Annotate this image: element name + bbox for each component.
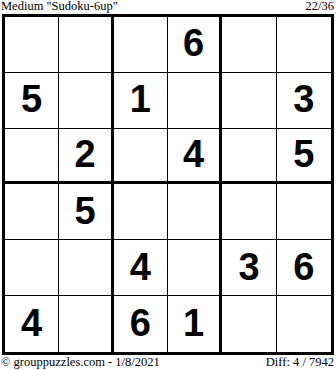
cell-r1c6[interactable] xyxy=(277,17,331,73)
cell-r6c6[interactable] xyxy=(277,296,331,352)
cell-r6c1[interactable]: 4 xyxy=(5,296,59,352)
cell-r4c6[interactable] xyxy=(277,184,331,240)
cell-r4c4[interactable] xyxy=(168,184,222,240)
cell-r1c2[interactable] xyxy=(59,17,113,73)
given-digit: 5 xyxy=(74,192,95,230)
given-digit: 3 xyxy=(238,248,259,286)
cell-r1c4[interactable]: 6 xyxy=(168,17,222,73)
cell-r4c3[interactable] xyxy=(114,184,168,240)
remaining-counter: 22/36 xyxy=(306,0,334,13)
sudoku-board: 65132455436461 xyxy=(2,14,334,355)
difficulty-text: Diff: 4 / 7942 xyxy=(266,356,334,369)
cell-r6c2[interactable] xyxy=(59,296,113,352)
given-digit: 5 xyxy=(293,135,314,173)
cell-r5c6[interactable]: 6 xyxy=(277,240,331,296)
cell-r2c3[interactable]: 1 xyxy=(114,73,168,129)
given-digit: 2 xyxy=(74,135,95,173)
cell-r1c5[interactable] xyxy=(222,17,276,73)
cell-r3c4[interactable]: 4 xyxy=(168,129,222,185)
cell-r2c6[interactable]: 3 xyxy=(277,73,331,129)
given-digit: 6 xyxy=(130,304,151,342)
given-digit: 1 xyxy=(130,80,151,118)
cell-r1c1[interactable] xyxy=(5,17,59,73)
given-digit: 3 xyxy=(293,80,314,118)
cell-r1c3[interactable] xyxy=(114,17,168,73)
cell-r2c2[interactable] xyxy=(59,73,113,129)
given-digit: 1 xyxy=(183,304,204,342)
cell-r4c1[interactable] xyxy=(5,184,59,240)
given-digit: 4 xyxy=(130,248,151,286)
cell-r6c5[interactable] xyxy=(222,296,276,352)
cell-r5c1[interactable] xyxy=(5,240,59,296)
puzzle-title: Medium "Sudoku-6up" xyxy=(1,0,118,13)
cell-r4c2[interactable]: 5 xyxy=(59,184,113,240)
copyright-text: © grouppuzzles.com - 1/8/2021 xyxy=(1,356,160,369)
sudoku-page: Medium "Sudoku-6up" 22/36 65132455436461… xyxy=(0,0,336,370)
cell-r5c4[interactable] xyxy=(168,240,222,296)
cell-r2c5[interactable] xyxy=(222,73,276,129)
given-digit: 6 xyxy=(183,24,204,62)
cell-r2c4[interactable] xyxy=(168,73,222,129)
given-digit: 5 xyxy=(21,80,42,118)
cell-r6c3[interactable]: 6 xyxy=(114,296,168,352)
cell-r3c2[interactable]: 2 xyxy=(59,129,113,185)
cell-r4c5[interactable] xyxy=(222,184,276,240)
cell-r5c3[interactable]: 4 xyxy=(114,240,168,296)
cell-r3c3[interactable] xyxy=(114,129,168,185)
given-digit: 6 xyxy=(293,248,314,286)
cell-r2c1[interactable]: 5 xyxy=(5,73,59,129)
cell-r5c5[interactable]: 3 xyxy=(222,240,276,296)
cell-r3c1[interactable] xyxy=(5,129,59,185)
cell-r3c6[interactable]: 5 xyxy=(277,129,331,185)
cell-r5c2[interactable] xyxy=(59,240,113,296)
header: Medium "Sudoku-6up" 22/36 xyxy=(0,0,336,14)
cell-r6c4[interactable]: 1 xyxy=(168,296,222,352)
footer: © grouppuzzles.com - 1/8/2021 Diff: 4 / … xyxy=(0,355,336,369)
given-digit: 4 xyxy=(21,304,42,342)
cell-r3c5[interactable] xyxy=(222,129,276,185)
given-digit: 4 xyxy=(183,135,204,173)
